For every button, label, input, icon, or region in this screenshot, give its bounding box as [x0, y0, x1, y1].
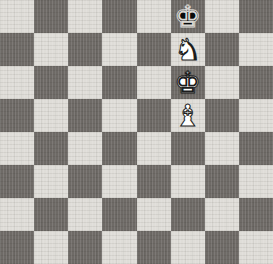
square-b3[interactable]	[34, 165, 68, 198]
square-c6[interactable]	[68, 66, 102, 99]
square-f1[interactable]	[171, 231, 205, 264]
square-b4[interactable]	[34, 132, 68, 165]
square-b8[interactable]	[34, 0, 68, 33]
square-g1[interactable]	[205, 231, 239, 264]
square-h8[interactable]	[239, 0, 273, 33]
square-h1[interactable]	[239, 231, 273, 264]
square-e3[interactable]	[137, 165, 171, 198]
square-f6[interactable]: ♚	[171, 66, 205, 99]
square-b7[interactable]	[34, 33, 68, 66]
square-d1[interactable]	[102, 231, 136, 264]
piece-white-king[interactable]: ♚	[174, 66, 201, 99]
square-g3[interactable]	[205, 165, 239, 198]
square-g5[interactable]	[205, 99, 239, 132]
square-a1[interactable]	[0, 231, 34, 264]
square-a4[interactable]	[0, 132, 34, 165]
square-e6[interactable]	[137, 66, 171, 99]
square-c4[interactable]	[68, 132, 102, 165]
square-c2[interactable]	[68, 198, 102, 231]
square-b2[interactable]	[34, 198, 68, 231]
square-f7[interactable]: ♞	[171, 33, 205, 66]
square-f8[interactable]: ♚	[171, 0, 205, 33]
square-a7[interactable]	[0, 33, 34, 66]
square-d2[interactable]	[102, 198, 136, 231]
square-h5[interactable]	[239, 99, 273, 132]
square-b1[interactable]	[34, 231, 68, 264]
square-h7[interactable]	[239, 33, 273, 66]
square-c7[interactable]	[68, 33, 102, 66]
square-d8[interactable]	[102, 0, 136, 33]
square-c1[interactable]	[68, 231, 102, 264]
square-d6[interactable]	[102, 66, 136, 99]
square-f2[interactable]	[171, 198, 205, 231]
square-a8[interactable]	[0, 0, 34, 33]
square-a2[interactable]	[0, 198, 34, 231]
square-h3[interactable]	[239, 165, 273, 198]
square-f5[interactable]: ♝	[171, 99, 205, 132]
square-g4[interactable]	[205, 132, 239, 165]
square-d4[interactable]	[102, 132, 136, 165]
square-e8[interactable]	[137, 0, 171, 33]
piece-black-king[interactable]: ♚	[174, 0, 201, 33]
piece-white-bishop[interactable]: ♝	[174, 99, 201, 132]
square-c8[interactable]	[68, 0, 102, 33]
square-d5[interactable]	[102, 99, 136, 132]
square-a5[interactable]	[0, 99, 34, 132]
square-a6[interactable]	[0, 66, 34, 99]
square-a3[interactable]	[0, 165, 34, 198]
square-b6[interactable]	[34, 66, 68, 99]
chess-board: ♚♞♚♝	[0, 0, 273, 264]
square-f3[interactable]	[171, 165, 205, 198]
board-wrap: ♚♞♚♝	[0, 0, 273, 264]
square-f4[interactable]	[171, 132, 205, 165]
square-c3[interactable]	[68, 165, 102, 198]
square-d7[interactable]	[102, 33, 136, 66]
square-e7[interactable]	[137, 33, 171, 66]
square-h2[interactable]	[239, 198, 273, 231]
square-h4[interactable]	[239, 132, 273, 165]
square-e5[interactable]	[137, 99, 171, 132]
square-d3[interactable]	[102, 165, 136, 198]
square-g6[interactable]	[205, 66, 239, 99]
square-g7[interactable]	[205, 33, 239, 66]
square-e1[interactable]	[137, 231, 171, 264]
piece-white-knight[interactable]: ♞	[174, 33, 201, 66]
square-h6[interactable]	[239, 66, 273, 99]
square-c5[interactable]	[68, 99, 102, 132]
square-g8[interactable]	[205, 0, 239, 33]
square-g2[interactable]	[205, 198, 239, 231]
square-e4[interactable]	[137, 132, 171, 165]
square-b5[interactable]	[34, 99, 68, 132]
square-e2[interactable]	[137, 198, 171, 231]
